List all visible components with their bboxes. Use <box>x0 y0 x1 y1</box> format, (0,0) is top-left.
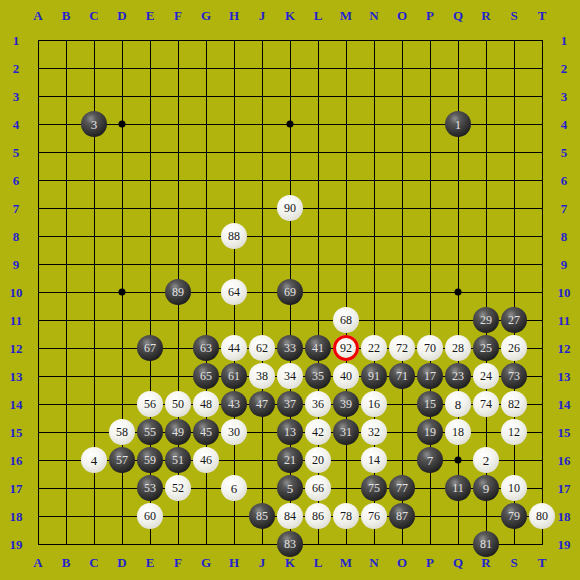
row-label-left-11: 11 <box>10 314 22 327</box>
stone-black-49-F15: 49 <box>165 419 191 445</box>
stone-black-17-P13: 17 <box>417 363 443 389</box>
row-label-right-16: 16 <box>558 454 571 467</box>
stone-white-44-H12: 44 <box>221 335 247 361</box>
col-label-bottom-P: P <box>426 556 434 569</box>
stone-black-57-D16: 57 <box>109 447 135 473</box>
stone-white-92-M12-last-move: 92 <box>333 335 359 361</box>
stone-black-91-N13: 91 <box>361 363 387 389</box>
stone-black-77-O17: 77 <box>389 475 415 501</box>
stone-black-37-K14: 37 <box>277 391 303 417</box>
row-label-left-5: 5 <box>13 146 20 159</box>
stone-black-43-H14: 43 <box>221 391 247 417</box>
col-label-bottom-N: N <box>369 556 378 569</box>
col-label-bottom-G: G <box>201 556 211 569</box>
stone-black-65-G13: 65 <box>193 363 219 389</box>
row-label-left-12: 12 <box>10 342 23 355</box>
stone-black-9-R17: 9 <box>473 475 499 501</box>
stone-black-61-H13: 61 <box>221 363 247 389</box>
star-point-D10 <box>119 289 126 296</box>
stone-white-88-H8: 88 <box>221 223 247 249</box>
stone-white-4-C16: 4 <box>81 447 107 473</box>
row-label-right-5: 5 <box>561 146 568 159</box>
col-label-top-C: C <box>89 9 98 22</box>
stone-black-67-E12: 67 <box>137 335 163 361</box>
col-label-bottom-Q: Q <box>453 556 463 569</box>
row-label-right-9: 9 <box>561 258 568 271</box>
stone-white-48-G14: 48 <box>193 391 219 417</box>
row-label-left-3: 3 <box>13 90 20 103</box>
row-label-left-8: 8 <box>13 230 20 243</box>
stone-white-46-G16: 46 <box>193 447 219 473</box>
stone-white-28-Q12: 28 <box>445 335 471 361</box>
stone-black-59-E16: 59 <box>137 447 163 473</box>
stone-black-55-E15: 55 <box>137 419 163 445</box>
stone-black-83-K19: 83 <box>277 531 303 557</box>
stone-white-22-N12: 22 <box>361 335 387 361</box>
stone-white-34-K13: 34 <box>277 363 303 389</box>
stone-black-29-R11: 29 <box>473 307 499 333</box>
col-label-top-F: F <box>174 9 182 22</box>
stone-white-30-H15: 30 <box>221 419 247 445</box>
stone-white-40-M13: 40 <box>333 363 359 389</box>
row-label-right-19: 19 <box>558 538 571 551</box>
col-label-top-D: D <box>117 9 126 22</box>
row-label-right-18: 18 <box>558 510 571 523</box>
row-label-left-17: 17 <box>10 482 23 495</box>
stone-black-11-Q17: 11 <box>445 475 471 501</box>
col-label-top-H: H <box>229 9 239 22</box>
stone-black-69-K10: 69 <box>277 279 303 305</box>
row-label-right-2: 2 <box>561 62 568 75</box>
stone-white-24-R13: 24 <box>473 363 499 389</box>
stone-black-75-N17: 75 <box>361 475 387 501</box>
row-label-left-18: 18 <box>10 510 23 523</box>
stone-black-85-J18: 85 <box>249 503 275 529</box>
col-label-top-G: G <box>201 9 211 22</box>
row-label-right-17: 17 <box>558 482 571 495</box>
stone-black-63-G12: 63 <box>193 335 219 361</box>
col-label-bottom-C: C <box>89 556 98 569</box>
stone-white-80-T18: 80 <box>529 503 555 529</box>
stone-white-18-Q15: 18 <box>445 419 471 445</box>
col-label-bottom-S: S <box>510 556 517 569</box>
row-label-right-15: 15 <box>558 426 571 439</box>
col-label-bottom-E: E <box>146 556 155 569</box>
stone-white-66-L17: 66 <box>305 475 331 501</box>
col-label-top-M: M <box>340 9 352 22</box>
row-label-right-1: 1 <box>561 34 568 47</box>
stone-black-39-M14: 39 <box>333 391 359 417</box>
stone-white-8-Q14: 8 <box>445 391 471 417</box>
row-label-left-7: 7 <box>13 202 20 215</box>
stone-black-71-O13: 71 <box>389 363 415 389</box>
row-label-left-9: 9 <box>13 258 20 271</box>
stone-white-14-N16: 14 <box>361 447 387 473</box>
stone-white-50-F14: 50 <box>165 391 191 417</box>
stone-black-5-K17: 5 <box>277 475 303 501</box>
stone-white-16-N14: 16 <box>361 391 387 417</box>
col-label-top-K: K <box>285 9 295 22</box>
stone-white-86-L18: 86 <box>305 503 331 529</box>
stone-black-23-Q13: 23 <box>445 363 471 389</box>
row-label-left-13: 13 <box>10 370 23 383</box>
col-label-bottom-H: H <box>229 556 239 569</box>
stone-white-68-M11: 68 <box>333 307 359 333</box>
col-label-top-O: O <box>397 9 407 22</box>
stone-black-87-O18: 87 <box>389 503 415 529</box>
col-label-top-Q: Q <box>453 9 463 22</box>
row-label-left-10: 10 <box>10 286 23 299</box>
row-label-right-14: 14 <box>558 398 571 411</box>
stone-black-3-C4: 3 <box>81 111 107 137</box>
stone-black-35-L13: 35 <box>305 363 331 389</box>
col-label-bottom-T: T <box>538 556 547 569</box>
stone-black-19-P15: 19 <box>417 419 443 445</box>
stone-white-72-O12: 72 <box>389 335 415 361</box>
col-label-top-N: N <box>369 9 378 22</box>
col-label-bottom-A: A <box>33 556 42 569</box>
star-point-D4 <box>119 121 126 128</box>
stone-white-20-L16: 20 <box>305 447 331 473</box>
stone-white-62-J12: 62 <box>249 335 275 361</box>
row-label-left-4: 4 <box>13 118 20 131</box>
stone-white-32-N15: 32 <box>361 419 387 445</box>
stone-black-79-S18: 79 <box>501 503 527 529</box>
star-point-Q10 <box>455 289 462 296</box>
row-label-right-10: 10 <box>558 286 571 299</box>
stone-white-74-R14: 74 <box>473 391 499 417</box>
row-label-left-15: 15 <box>10 426 23 439</box>
col-label-bottom-B: B <box>62 556 71 569</box>
stone-black-51-F16: 51 <box>165 447 191 473</box>
row-label-right-8: 8 <box>561 230 568 243</box>
stone-white-84-K18: 84 <box>277 503 303 529</box>
row-label-right-4: 4 <box>561 118 568 131</box>
row-label-left-16: 16 <box>10 454 23 467</box>
col-label-bottom-O: O <box>397 556 407 569</box>
col-label-bottom-M: M <box>340 556 352 569</box>
stone-black-1-Q4: 1 <box>445 111 471 137</box>
col-label-top-T: T <box>538 9 547 22</box>
stone-white-26-S12: 26 <box>501 335 527 361</box>
stone-white-56-E14: 56 <box>137 391 163 417</box>
stone-black-13-K15: 13 <box>277 419 303 445</box>
row-label-left-19: 19 <box>10 538 23 551</box>
col-label-bottom-L: L <box>314 556 323 569</box>
stone-black-45-G15: 45 <box>193 419 219 445</box>
stone-white-76-N18: 76 <box>361 503 387 529</box>
star-point-Q16 <box>455 457 462 464</box>
col-label-top-B: B <box>62 9 71 22</box>
stone-white-12-S15: 12 <box>501 419 527 445</box>
row-label-right-11: 11 <box>558 314 570 327</box>
stone-white-78-M18: 78 <box>333 503 359 529</box>
col-label-bottom-J: J <box>259 556 266 569</box>
stone-white-2-R16: 2 <box>473 447 499 473</box>
row-label-left-1: 1 <box>13 34 20 47</box>
stone-black-27-S11: 27 <box>501 307 527 333</box>
col-label-top-P: P <box>426 9 434 22</box>
stone-white-58-D15: 58 <box>109 419 135 445</box>
col-label-top-A: A <box>33 9 42 22</box>
row-label-left-6: 6 <box>13 174 20 187</box>
row-label-right-6: 6 <box>561 174 568 187</box>
row-label-right-13: 13 <box>558 370 571 383</box>
stone-white-38-J13: 38 <box>249 363 275 389</box>
stone-white-36-L14: 36 <box>305 391 331 417</box>
stone-white-10-S17: 10 <box>501 475 527 501</box>
col-label-top-S: S <box>510 9 517 22</box>
stone-black-73-S13: 73 <box>501 363 527 389</box>
stone-black-53-E17: 53 <box>137 475 163 501</box>
row-label-right-3: 3 <box>561 90 568 103</box>
stone-black-7-P16: 7 <box>417 447 443 473</box>
star-point-K4 <box>287 121 294 128</box>
stone-black-89-F10: 89 <box>165 279 191 305</box>
stone-white-64-H10: 64 <box>221 279 247 305</box>
col-label-bottom-D: D <box>117 556 126 569</box>
col-label-bottom-K: K <box>285 556 295 569</box>
col-label-bottom-R: R <box>481 556 490 569</box>
row-label-right-12: 12 <box>558 342 571 355</box>
stone-white-70-P12: 70 <box>417 335 443 361</box>
col-label-top-E: E <box>146 9 155 22</box>
col-label-bottom-F: F <box>174 556 182 569</box>
stone-black-21-K16: 21 <box>277 447 303 473</box>
col-label-top-R: R <box>481 9 490 22</box>
row-label-left-2: 2 <box>13 62 20 75</box>
stone-black-81-R19: 81 <box>473 531 499 557</box>
stone-black-47-J14: 47 <box>249 391 275 417</box>
stone-white-90-K7: 90 <box>277 195 303 221</box>
col-label-top-J: J <box>259 9 266 22</box>
stone-black-33-K12: 33 <box>277 335 303 361</box>
col-label-top-L: L <box>314 9 323 22</box>
row-label-right-7: 7 <box>561 202 568 215</box>
stone-black-41-L12: 41 <box>305 335 331 361</box>
row-label-left-14: 14 <box>10 398 23 411</box>
stone-black-25-R12: 25 <box>473 335 499 361</box>
stone-white-6-H17: 6 <box>221 475 247 501</box>
stone-white-42-L15: 42 <box>305 419 331 445</box>
go-board[interactable]: AABBCCDDEEFFGGHHJJKKLLMMNNOOPPQQRRSSTT11… <box>0 0 580 580</box>
stone-white-60-E18: 60 <box>137 503 163 529</box>
stone-white-52-F17: 52 <box>165 475 191 501</box>
stone-black-31-M15: 31 <box>333 419 359 445</box>
stone-white-82-S14: 82 <box>501 391 527 417</box>
stone-black-15-P14: 15 <box>417 391 443 417</box>
